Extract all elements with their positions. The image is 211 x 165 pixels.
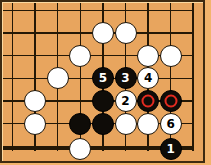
- go-stone-white: [69, 138, 91, 160]
- go-stone-black-move-3: 3: [115, 67, 137, 89]
- go-stones: 534261: [0, 0, 211, 165]
- go-stone-white: [24, 90, 46, 112]
- move-number-label: 5: [99, 72, 107, 84]
- go-stone-black: [92, 113, 114, 135]
- go-stone-white: [137, 45, 159, 67]
- go-stone-white: [92, 22, 114, 44]
- red-circle-mark-icon: [164, 94, 177, 107]
- red-circle-mark-icon: [142, 94, 155, 107]
- go-stone-white: [47, 67, 69, 89]
- go-stone-white: [24, 113, 46, 135]
- move-number-label: 4: [144, 72, 152, 84]
- go-stone-black: [92, 90, 114, 112]
- go-stone-white-move-2: 2: [115, 90, 137, 112]
- go-diagram: 534261: [0, 0, 211, 165]
- go-stone-black-marked: [137, 90, 159, 112]
- go-stone-black-move-5: 5: [92, 67, 114, 89]
- go-stone-black-marked: [160, 90, 182, 112]
- go-stone-white-move-6: 6: [160, 113, 182, 135]
- move-number-label: 6: [167, 118, 175, 130]
- go-stone-white: [115, 113, 137, 135]
- go-stone-white: [69, 45, 91, 67]
- go-stone-black: [69, 113, 91, 135]
- move-number-label: 1: [167, 143, 175, 155]
- go-stone-white: [137, 113, 159, 135]
- move-number-label: 3: [121, 72, 129, 84]
- go-stone-white: [115, 22, 137, 44]
- go-stone-black-move-1: 1: [160, 138, 182, 160]
- go-stone-white: [160, 45, 182, 67]
- go-stone-white-move-4: 4: [137, 67, 159, 89]
- move-number-label: 2: [121, 95, 129, 107]
